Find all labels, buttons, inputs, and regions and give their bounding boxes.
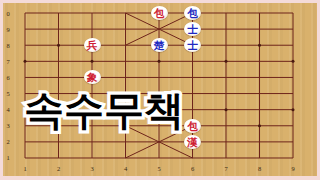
blue-guard-piece[interactable]: 士 [184, 38, 201, 52]
column-label-2: 2 [55, 165, 63, 172]
piece-grid: 包包士兵楚士象包漢 [8, 5, 310, 166]
column-label-8: 8 [256, 165, 264, 172]
red-soldier-piece[interactable]: 兵 [84, 38, 101, 52]
column-label-1: 1 [21, 165, 29, 172]
column-label-7: 7 [222, 165, 230, 172]
title-overlay: 속수무책 속수무책 [24, 87, 184, 133]
blue-king-piece[interactable]: 楚 [151, 38, 168, 52]
thumbnail-frame: 0987654321 123456789 包包士兵楚士象包漢 속수무책 속수무책 [0, 0, 320, 180]
column-label-5: 5 [155, 165, 163, 172]
blue-guard-piece[interactable]: 士 [184, 22, 201, 36]
column-label-4: 4 [122, 165, 130, 172]
blue-cannon-piece[interactable]: 包 [184, 6, 201, 20]
red-cannon-piece[interactable]: 包 [184, 119, 201, 133]
column-label-6: 6 [189, 165, 197, 172]
column-label-9: 9 [289, 165, 297, 172]
column-label-3: 3 [88, 165, 96, 172]
red-cannon-piece[interactable]: 包 [151, 6, 168, 20]
title-text: 속수무책 [24, 87, 184, 133]
red-elephant-piece[interactable]: 象 [84, 70, 101, 84]
red-king-piece[interactable]: 漢 [184, 135, 201, 149]
